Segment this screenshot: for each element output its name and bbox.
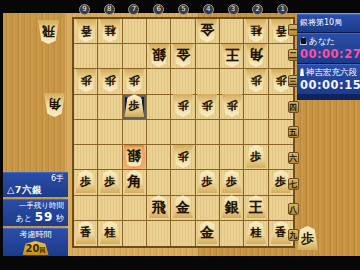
rank-label-6: 六 [288,152,299,164]
board-square-2三[interactable]: 歩 [244,69,268,94]
shogi-piece-gote-歩[interactable]: 歩 [100,69,120,92]
shogi-piece-sente-歩[interactable]: 歩 [246,145,266,168]
board-square-4九[interactable]: 金 [196,221,220,246]
rank-label-4: 四 [288,101,299,113]
board-square-9八[interactable] [74,196,98,221]
move-number: 6手 [7,174,64,184]
board-square-8九[interactable]: 桂 [98,221,122,246]
thinking-time-label: 考慮時間 [7,230,64,240]
board-square-7九[interactable] [123,221,147,246]
player-you-row: あなた [300,35,357,47]
board-square-5四[interactable]: 歩 [171,95,195,120]
board-square-2二[interactable]: 角 [244,44,268,69]
file-label-5: 5 [178,4,189,15]
board-square-5三[interactable] [171,69,195,94]
board-square-8六[interactable] [98,145,122,170]
handicap-piece-角: 角 [44,93,65,117]
last-move-box: 6手 △7六銀 [3,172,68,197]
shogi-piece-gote-銀[interactable]: 銀 [149,44,169,67]
board-square-4五[interactable] [196,120,220,145]
board-square-9五[interactable] [74,120,98,145]
shogi-board[interactable]: 香桂金桂香銀金王角歩歩歩歩歩歩歩歩歩銀歩歩歩歩角歩歩歩飛金銀王香桂金桂香 [72,17,295,248]
board-square-6二[interactable]: 銀 [147,44,171,69]
file-label-8: 8 [104,4,115,15]
rank-label-9: 九 [288,229,299,241]
board-square-8八[interactable] [98,196,122,221]
shogi-piece-sente-歩[interactable]: 歩 [76,170,96,193]
board-square-3七[interactable]: 歩 [220,170,244,195]
board-square-8五[interactable] [98,120,122,145]
player-you-clock: 00:00:27 [300,47,357,62]
file-label-7: 7 [128,4,139,15]
game-title: 銀将第10局 [297,14,360,32]
board-square-6八[interactable]: 飛 [147,196,171,221]
move-panel: 6手 △7六銀 一手残り時間 あと 59 秒 考慮時間 20回 [3,172,68,254]
board-square-4二[interactable] [196,44,220,69]
board-square-7八[interactable] [123,196,147,221]
board-square-3九[interactable] [220,221,244,246]
board-square-4一[interactable]: 金 [196,19,220,44]
board-square-7五[interactable] [123,120,147,145]
board-square-8三[interactable]: 歩 [98,69,122,94]
board-square-7六[interactable]: 銀 [123,145,147,170]
board-square-6七[interactable] [147,170,171,195]
file-label-1: 1 [277,4,288,15]
board-square-7二[interactable] [123,44,147,69]
board-square-3五[interactable] [220,120,244,145]
black-piece-icon [300,37,307,45]
player-opponent-clock: 00:00:15 [300,78,357,93]
captured-piece-歩[interactable]: 歩 [297,226,318,250]
board-square-7四[interactable]: 歩 [123,95,147,120]
board-square-3六[interactable] [220,145,244,170]
board-square-4三[interactable] [196,69,220,94]
game-screen: 987654321 香桂金桂香銀金王角歩歩歩歩歩歩歩歩歩銀歩歩歩歩角歩歩歩飛金銀… [0,0,360,270]
shogi-piece-sente-桂[interactable]: 桂 [246,221,266,244]
shogi-piece-sente-王[interactable]: 王 [246,195,266,218]
board-square-2九[interactable]: 桂 [244,221,268,246]
shogi-piece-gote-桂[interactable]: 桂 [246,19,266,42]
shogi-piece-sente-桂[interactable]: 桂 [100,221,120,244]
board-square-5五[interactable] [171,120,195,145]
board-square-6九[interactable] [147,221,171,246]
board-square-9六[interactable] [74,145,98,170]
shogi-piece-gote-歩[interactable]: 歩 [173,145,193,168]
player-opponent-name: 神吉宏充六段 [306,66,357,78]
shogi-piece-sente-角[interactable]: 角 [124,170,144,193]
shogi-piece-sente-歩[interactable]: 歩 [124,94,144,117]
info-panel: 銀将第10局 あなた 00:00:27 神吉宏充六段 00:00:15 [297,14,360,100]
board-square-3八[interactable]: 銀 [220,196,244,221]
board-square-2五[interactable] [244,120,268,145]
board-square-5六[interactable]: 歩 [171,145,195,170]
board-square-2四[interactable] [244,95,268,120]
shogi-piece-gote-歩[interactable]: 歩 [124,69,144,92]
file-label-2: 2 [252,4,263,15]
per-move-time-box: 一手残り時間 あと 59 秒 [3,199,68,226]
shogi-piece-gote-金[interactable]: 金 [197,19,217,42]
board-square-6三[interactable] [147,69,171,94]
bottom-letterbox-bar [0,256,360,270]
shogi-piece-sente-歩[interactable]: 歩 [100,170,120,193]
board-square-6一[interactable] [147,19,171,44]
shogi-piece-gote-桂[interactable]: 桂 [100,19,120,42]
rank-label-5: 五 [288,126,299,138]
shogi-piece-sente-歩[interactable]: 歩 [197,170,217,193]
shogi-piece-sente-銀[interactable]: 銀 [222,195,242,218]
rank-label-8: 八 [288,203,299,215]
shogi-piece-gote-歩[interactable]: 歩 [246,69,266,92]
shogi-piece-gote-香[interactable]: 香 [76,19,96,42]
board-square-9七[interactable]: 歩 [74,170,98,195]
shogi-piece-gote-歩[interactable]: 歩 [197,94,217,117]
board-square-2七[interactable] [244,170,268,195]
board-square-6五[interactable] [147,120,171,145]
handicap-piece-飛: 飛 [38,20,59,44]
per-move-time-remaining: あと 59 秒 [7,211,64,225]
board-square-2八[interactable]: 王 [244,196,268,221]
shogi-piece-gote-銀[interactable]: 銀 [124,145,144,168]
board-square-2六[interactable]: 歩 [244,145,268,170]
player-opponent-row: 神吉宏充六段 [300,66,357,78]
file-labels: 987654321 [72,4,295,14]
shogi-piece-sente-飛[interactable]: 飛 [149,195,169,218]
board-square-5二[interactable]: 金 [171,44,195,69]
file-label-6: 6 [153,4,164,15]
shogi-piece-gote-角[interactable]: 角 [246,44,266,67]
board-square-5一[interactable] [171,19,195,44]
board-square-9三[interactable]: 歩 [74,69,98,94]
file-label-3: 3 [228,4,239,15]
player-you-name: あなた [309,35,335,47]
board-square-3四[interactable]: 歩 [220,95,244,120]
file-label-9: 9 [79,4,90,15]
thinking-time-box: 考慮時間 20回 [3,228,68,256]
board-square-8七[interactable]: 歩 [98,170,122,195]
last-move-text: △7六銀 [7,184,64,196]
shogi-piece-gote-金[interactable]: 金 [173,44,193,67]
board-square-3三[interactable] [220,69,244,94]
board-square-5七[interactable] [171,170,195,195]
board-square-4四[interactable]: 歩 [196,95,220,120]
board-square-9九[interactable]: 香 [74,221,98,246]
thinking-time-badge: 20回 [23,241,49,255]
board-square-9二[interactable] [74,44,98,69]
shogi-piece-gote-歩[interactable]: 歩 [76,69,96,92]
shogi-piece-gote-歩[interactable]: 歩 [222,94,242,117]
board-square-8四[interactable] [98,95,122,120]
board-square-9一[interactable]: 香 [74,19,98,44]
shogi-piece-gote-歩[interactable]: 歩 [173,94,193,117]
shogi-piece-sente-金[interactable]: 金 [173,195,193,218]
seconds-remaining: 59 [35,210,54,224]
shogi-piece-sente-歩[interactable]: 歩 [222,170,242,193]
board-square-3一[interactable] [220,19,244,44]
shogi-piece-gote-王[interactable]: 王 [222,44,242,67]
board-square-8一[interactable]: 桂 [98,19,122,44]
board-square-5九[interactable] [171,221,195,246]
board-square-7七[interactable]: 角 [123,170,147,195]
white-piece-icon [300,68,304,76]
board-square-9四[interactable] [74,95,98,120]
board-square-6六[interactable] [147,145,171,170]
board-square-7一[interactable] [123,19,147,44]
shogi-piece-sente-香[interactable]: 香 [76,221,96,244]
file-label-4: 4 [203,4,214,15]
rank-label-7: 七 [288,178,299,190]
board-square-6四[interactable] [147,95,171,120]
board-square-5八[interactable]: 金 [171,196,195,221]
board-square-2一[interactable]: 桂 [244,19,268,44]
board-square-8二[interactable] [98,44,122,69]
board-square-4七[interactable]: 歩 [196,170,220,195]
board-square-7三[interactable]: 歩 [123,69,147,94]
shogi-piece-sente-金[interactable]: 金 [197,221,217,244]
board-square-3二[interactable]: 王 [220,44,244,69]
board-square-4八[interactable] [196,196,220,221]
board-square-4六[interactable] [196,145,220,170]
